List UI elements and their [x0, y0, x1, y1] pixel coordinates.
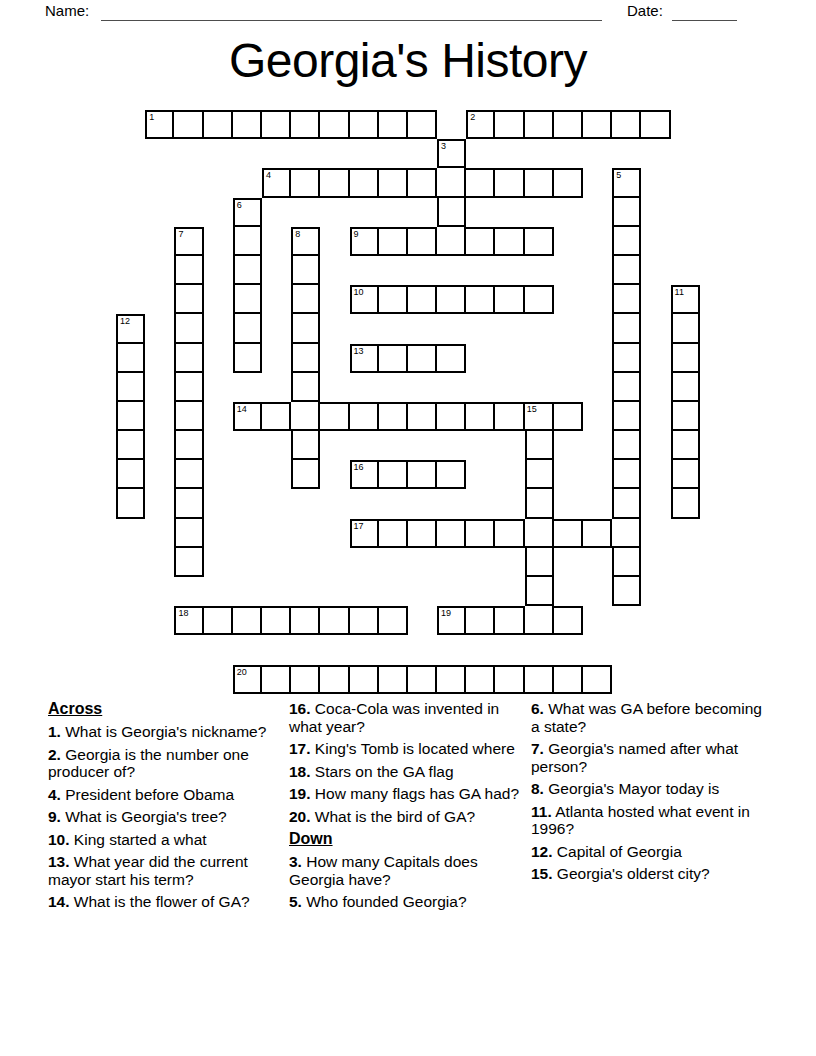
cell-number-1: 1 — [149, 112, 154, 123]
grid-void — [116, 577, 145, 606]
grid-void — [204, 227, 233, 256]
grid-void — [554, 489, 583, 518]
grid-void — [320, 519, 349, 548]
clue-number: 9. — [48, 808, 61, 825]
grid-cell-r10c12[interactable] — [466, 402, 495, 431]
grid-void — [671, 168, 700, 197]
clue-number: 15. — [531, 865, 553, 882]
grid-cell-r9c0[interactable] — [116, 373, 145, 402]
grid-void — [408, 198, 437, 227]
grid-void — [262, 256, 291, 285]
grid-cell-r14c14[interactable] — [525, 519, 554, 548]
grid-void — [145, 256, 174, 285]
grid-cell-r11c6[interactable] — [291, 431, 320, 460]
grid-cell-r14c11[interactable] — [437, 519, 466, 548]
grid-void — [320, 373, 349, 402]
date-blank-line[interactable] — [672, 2, 737, 21]
grid-void — [204, 431, 233, 460]
grid-cell-r8c17[interactable] — [612, 344, 641, 373]
grid-void — [116, 227, 145, 256]
grid-cell-r0c10[interactable] — [408, 110, 437, 139]
grid-void — [350, 198, 379, 227]
clue-number: 17. — [289, 740, 311, 757]
grid-cell-r19c6[interactable] — [291, 665, 320, 694]
grid-cell-r14c10[interactable] — [408, 519, 437, 548]
grid-cell-r0c1[interactable]: 1 — [145, 110, 174, 139]
grid-void — [408, 373, 437, 402]
grid-void — [583, 168, 612, 197]
cell-number-3: 3 — [441, 141, 446, 152]
grid-void — [291, 577, 320, 606]
cell-number-6: 6 — [237, 200, 242, 211]
grid-void — [320, 577, 349, 606]
grid-cell-r12c0[interactable] — [116, 460, 145, 489]
grid-void — [320, 489, 349, 518]
grid-cell-r6c13[interactable] — [495, 285, 524, 314]
grid-cell-r8c9[interactable] — [379, 344, 408, 373]
grid-void — [408, 314, 437, 343]
grid-cell-r19c11[interactable] — [437, 665, 466, 694]
grid-cell-r10c7[interactable] — [320, 402, 349, 431]
grid-void — [641, 402, 670, 431]
grid-cell-r15c17[interactable] — [612, 548, 641, 577]
grid-void — [145, 227, 174, 256]
grid-cell-r6c4[interactable] — [233, 285, 262, 314]
grid-void — [525, 344, 554, 373]
grid-cell-r2c5[interactable]: 4 — [262, 168, 291, 197]
grid-cell-r0c14[interactable] — [525, 110, 554, 139]
grid-cell-r17c5[interactable] — [262, 606, 291, 635]
grid-void — [583, 635, 612, 664]
grid-cell-r10c4[interactable]: 14 — [233, 402, 262, 431]
grid-void — [641, 285, 670, 314]
grid-cell-r19c9[interactable] — [379, 665, 408, 694]
grid-cell-r12c19[interactable] — [671, 460, 700, 489]
grid-cell-r14c15[interactable] — [554, 519, 583, 548]
grid-void — [379, 548, 408, 577]
grid-cell-r14c17[interactable] — [612, 519, 641, 548]
grid-void — [554, 635, 583, 664]
grid-cell-r6c14[interactable] — [525, 285, 554, 314]
grid-cell-r10c5[interactable] — [262, 402, 291, 431]
grid-cell-r4c17[interactable] — [612, 227, 641, 256]
grid-cell-r8c4[interactable] — [233, 344, 262, 373]
grid-void — [641, 460, 670, 489]
grid-cell-r4c12[interactable] — [466, 227, 495, 256]
grid-void — [671, 256, 700, 285]
grid-void — [671, 227, 700, 256]
clue-number: 4. — [48, 786, 61, 803]
cell-number-10: 10 — [354, 287, 364, 298]
grid-cell-r12c10[interactable] — [408, 460, 437, 489]
grid-cell-r9c19[interactable] — [671, 373, 700, 402]
grid-cell-r7c19[interactable] — [671, 314, 700, 343]
cell-number-17: 17 — [354, 521, 364, 532]
grid-cell-r11c19[interactable] — [671, 431, 700, 460]
clue-across-4: 4. President before Obama — [48, 786, 283, 804]
grid-void — [350, 256, 379, 285]
grid-void — [320, 285, 349, 314]
grid-void — [145, 635, 174, 664]
grid-cell-r17c9[interactable] — [379, 606, 408, 635]
grid-cell-r10c10[interactable] — [408, 402, 437, 431]
grid-void — [116, 168, 145, 197]
grid-void — [583, 227, 612, 256]
grid-void — [641, 489, 670, 518]
grid-cell-r12c14[interactable] — [525, 460, 554, 489]
grid-cell-r9c17[interactable] — [612, 373, 641, 402]
grid-void — [583, 402, 612, 431]
grid-cell-r19c4[interactable]: 20 — [233, 665, 262, 694]
grid-cell-r10c11[interactable] — [437, 402, 466, 431]
grid-void — [204, 373, 233, 402]
grid-void — [554, 373, 583, 402]
grid-cell-r10c13[interactable] — [495, 402, 524, 431]
grid-void — [495, 548, 524, 577]
grid-void — [291, 548, 320, 577]
grid-void — [583, 548, 612, 577]
grid-cell-r8c0[interactable] — [116, 344, 145, 373]
grid-void — [495, 344, 524, 373]
grid-void — [350, 635, 379, 664]
grid-void — [174, 198, 203, 227]
grid-cell-r8c11[interactable] — [437, 344, 466, 373]
grid-void — [262, 314, 291, 343]
grid-void — [262, 577, 291, 606]
clue-number: 6. — [531, 700, 544, 717]
grid-void — [554, 285, 583, 314]
grid-cell-r6c9[interactable] — [379, 285, 408, 314]
crossword-grid: 1234567891011121314151617181920 — [116, 110, 700, 694]
grid-void — [554, 227, 583, 256]
grid-void — [233, 168, 262, 197]
grid-void — [495, 373, 524, 402]
grid-void — [554, 460, 583, 489]
grid-cell-r9c6[interactable] — [291, 373, 320, 402]
grid-void — [583, 460, 612, 489]
grid-cell-r17c2[interactable]: 18 — [174, 606, 203, 635]
grid-cell-r4c9[interactable] — [379, 227, 408, 256]
grid-cell-r12c9[interactable] — [379, 460, 408, 489]
grid-cell-r0c18[interactable] — [641, 110, 670, 139]
grid-cell-r0c9[interactable] — [379, 110, 408, 139]
clue-across-16: 16. Coca-Cola was invented in what year? — [289, 700, 529, 735]
grid-cell-r9c2[interactable] — [174, 373, 203, 402]
grid-cell-r7c6[interactable] — [291, 314, 320, 343]
grid-cell-r15c2[interactable] — [174, 548, 203, 577]
grid-cell-r10c9[interactable] — [379, 402, 408, 431]
grid-cell-r8c2[interactable] — [174, 344, 203, 373]
grid-cell-r8c19[interactable] — [671, 344, 700, 373]
grid-void — [641, 548, 670, 577]
grid-cell-r6c12[interactable] — [466, 285, 495, 314]
grid-cell-r19c5[interactable] — [262, 665, 291, 694]
grid-cell-r3c17[interactable] — [612, 198, 641, 227]
grid-void — [641, 256, 670, 285]
clue-down-7: 7. Georgia's named after what person? — [531, 740, 769, 775]
grid-void — [116, 635, 145, 664]
grid-cell-r6c2[interactable] — [174, 285, 203, 314]
grid-void — [641, 635, 670, 664]
grid-cell-r5c17[interactable] — [612, 256, 641, 285]
grid-cell-r13c2[interactable] — [174, 489, 203, 518]
grid-cell-r7c4[interactable] — [233, 314, 262, 343]
grid-cell-r12c8[interactable]: 16 — [350, 460, 379, 489]
grid-cell-r15c14[interactable] — [525, 548, 554, 577]
grid-cell-r10c14[interactable]: 15 — [525, 402, 554, 431]
grid-void — [641, 519, 670, 548]
clue-number: 3. — [289, 853, 302, 870]
grid-void — [671, 548, 700, 577]
grid-void — [466, 373, 495, 402]
grid-cell-r0c13[interactable] — [495, 110, 524, 139]
grid-cell-r10c19[interactable] — [671, 402, 700, 431]
grid-cell-r7c17[interactable] — [612, 314, 641, 343]
grid-cell-r14c9[interactable] — [379, 519, 408, 548]
grid-cell-r7c2[interactable] — [174, 314, 203, 343]
grid-cell-r2c7[interactable] — [320, 168, 349, 197]
clue-across-9: 9. What is Georgia's tree? — [48, 808, 283, 826]
grid-cell-r7c0[interactable]: 12 — [116, 314, 145, 343]
grid-cell-r2c10[interactable] — [408, 168, 437, 197]
grid-cell-r17c13[interactable] — [495, 606, 524, 635]
grid-cell-r17c14[interactable] — [525, 606, 554, 635]
grid-void — [583, 373, 612, 402]
grid-void — [320, 344, 349, 373]
cell-number-19: 19 — [441, 608, 451, 619]
grid-cell-r6c8[interactable]: 10 — [350, 285, 379, 314]
grid-cell-r19c13[interactable] — [495, 665, 524, 694]
grid-void — [320, 431, 349, 460]
grid-cell-r8c10[interactable] — [408, 344, 437, 373]
clue-column-2: 16. Coca-Cola was invented in what year?… — [289, 700, 529, 916]
grid-void — [145, 373, 174, 402]
grid-cell-r2c17[interactable]: 5 — [612, 168, 641, 197]
grid-void — [233, 548, 262, 577]
grid-cell-r11c2[interactable] — [174, 431, 203, 460]
grid-cell-r2c12[interactable] — [466, 168, 495, 197]
grid-void — [408, 139, 437, 168]
grid-void — [466, 256, 495, 285]
clues-down-header: Down — [289, 830, 529, 848]
grid-void — [408, 548, 437, 577]
grid-void — [204, 548, 233, 577]
grid-void — [204, 577, 233, 606]
grid-cell-r17c8[interactable] — [350, 606, 379, 635]
grid-cell-r12c6[interactable] — [291, 460, 320, 489]
grid-void — [641, 577, 670, 606]
grid-cell-r10c0[interactable] — [116, 402, 145, 431]
grid-void — [262, 285, 291, 314]
grid-cell-r0c6[interactable] — [291, 110, 320, 139]
grid-cell-r19c16[interactable] — [583, 665, 612, 694]
grid-cell-r17c6[interactable] — [291, 606, 320, 635]
grid-cell-r0c7[interactable] — [320, 110, 349, 139]
name-blank-line[interactable] — [101, 2, 602, 21]
grid-void — [145, 314, 174, 343]
grid-void — [495, 256, 524, 285]
grid-cell-r17c12[interactable] — [466, 606, 495, 635]
grid-cell-r19c14[interactable] — [525, 665, 554, 694]
grid-cell-r10c8[interactable] — [350, 402, 379, 431]
grid-cell-r0c4[interactable] — [233, 110, 262, 139]
grid-cell-r10c17[interactable] — [612, 402, 641, 431]
grid-cell-r16c17[interactable] — [612, 577, 641, 606]
grid-cell-r19c15[interactable] — [554, 665, 583, 694]
grid-void — [671, 139, 700, 168]
grid-cell-r17c11[interactable]: 19 — [437, 606, 466, 635]
grid-cell-r8c8[interactable]: 13 — [350, 344, 379, 373]
grid-void — [204, 198, 233, 227]
grid-void — [641, 227, 670, 256]
grid-cell-r0c8[interactable] — [350, 110, 379, 139]
grid-void — [204, 285, 233, 314]
cell-number-13: 13 — [354, 346, 364, 357]
grid-cell-r13c19[interactable] — [671, 489, 700, 518]
grid-cell-r17c15[interactable] — [554, 606, 583, 635]
grid-void — [320, 139, 349, 168]
grid-cell-r13c17[interactable] — [612, 489, 641, 518]
grid-void — [554, 314, 583, 343]
name-label: Name: — [45, 2, 89, 19]
grid-cell-r3c4[interactable]: 6 — [233, 198, 262, 227]
grid-void — [145, 431, 174, 460]
grid-cell-r13c14[interactable] — [525, 489, 554, 518]
grid-void — [233, 139, 262, 168]
grid-cell-r17c7[interactable] — [320, 606, 349, 635]
grid-cell-r6c17[interactable] — [612, 285, 641, 314]
grid-cell-r2c13[interactable] — [495, 168, 524, 197]
grid-cell-r0c3[interactable] — [204, 110, 233, 139]
grid-cell-r17c4[interactable] — [233, 606, 262, 635]
grid-cell-r11c17[interactable] — [612, 431, 641, 460]
grid-cell-r0c17[interactable] — [612, 110, 641, 139]
grid-cell-r19c7[interactable] — [320, 665, 349, 694]
grid-cell-r12c17[interactable] — [612, 460, 641, 489]
grid-void — [583, 256, 612, 285]
grid-cell-r0c16[interactable] — [583, 110, 612, 139]
grid-cell-r10c2[interactable] — [174, 402, 203, 431]
grid-cell-r14c2[interactable] — [174, 519, 203, 548]
grid-void — [437, 635, 466, 664]
grid-void — [554, 431, 583, 460]
grid-void — [262, 519, 291, 548]
grid-void — [233, 519, 262, 548]
grid-cell-r19c10[interactable] — [408, 665, 437, 694]
grid-cell-r3c11[interactable] — [437, 198, 466, 227]
grid-void — [612, 139, 641, 168]
grid-void — [525, 139, 554, 168]
grid-cell-r5c2[interactable] — [174, 256, 203, 285]
cell-number-12: 12 — [120, 316, 130, 327]
grid-cell-r1c11[interactable]: 3 — [437, 139, 466, 168]
grid-void — [379, 489, 408, 518]
grid-void — [145, 344, 174, 373]
grid-cell-r17c3[interactable] — [204, 606, 233, 635]
clue-number: 8. — [531, 780, 544, 797]
grid-cell-r4c2[interactable]: 7 — [174, 227, 203, 256]
grid-void — [641, 314, 670, 343]
grid-cell-r12c11[interactable] — [437, 460, 466, 489]
grid-void — [437, 577, 466, 606]
grid-cell-r2c8[interactable] — [350, 168, 379, 197]
grid-cell-r0c5[interactable] — [262, 110, 291, 139]
clue-down-12: 12. Capital of Georgia — [531, 843, 769, 861]
clue-column-3: 6. What was GA before becoming a state?7… — [531, 700, 769, 888]
grid-void — [641, 606, 670, 635]
grid-cell-r19c12[interactable] — [466, 665, 495, 694]
grid-cell-r11c0[interactable] — [116, 431, 145, 460]
grid-cell-r4c14[interactable] — [525, 227, 554, 256]
grid-cell-r10c6[interactable] — [291, 402, 320, 431]
grid-void — [437, 489, 466, 518]
grid-cell-r0c2[interactable] — [174, 110, 203, 139]
grid-void — [204, 460, 233, 489]
grid-void — [641, 168, 670, 197]
grid-cell-r2c9[interactable] — [379, 168, 408, 197]
grid-cell-r2c15[interactable] — [554, 168, 583, 197]
grid-cell-r6c11[interactable] — [437, 285, 466, 314]
grid-cell-r5c4[interactable] — [233, 256, 262, 285]
grid-void — [379, 431, 408, 460]
grid-void — [466, 460, 495, 489]
grid-cell-r14c13[interactable] — [495, 519, 524, 548]
grid-void — [233, 431, 262, 460]
grid-void — [408, 577, 437, 606]
grid-cell-r19c8[interactable] — [350, 665, 379, 694]
grid-cell-r6c10[interactable] — [408, 285, 437, 314]
grid-cell-r4c6[interactable]: 8 — [291, 227, 320, 256]
grid-cell-r4c4[interactable] — [233, 227, 262, 256]
grid-void — [466, 314, 495, 343]
grid-cell-r2c11[interactable] — [437, 168, 466, 197]
grid-cell-r4c8[interactable]: 9 — [350, 227, 379, 256]
grid-cell-r8c6[interactable] — [291, 344, 320, 373]
grid-void — [437, 548, 466, 577]
grid-cell-r0c12[interactable]: 2 — [466, 110, 495, 139]
grid-cell-r11c14[interactable] — [525, 431, 554, 460]
grid-void — [437, 110, 466, 139]
grid-cell-r2c6[interactable] — [291, 168, 320, 197]
grid-void — [116, 198, 145, 227]
grid-cell-r4c11[interactable] — [437, 227, 466, 256]
grid-cell-r4c13[interactable] — [495, 227, 524, 256]
grid-cell-r6c6[interactable] — [291, 285, 320, 314]
grid-cell-r14c12[interactable] — [466, 519, 495, 548]
grid-cell-r10c15[interactable] — [554, 402, 583, 431]
grid-cell-r13c0[interactable] — [116, 489, 145, 518]
grid-void — [408, 606, 437, 635]
grid-void — [262, 139, 291, 168]
grid-void — [583, 606, 612, 635]
grid-cell-r12c2[interactable] — [174, 460, 203, 489]
grid-cell-r5c6[interactable] — [291, 256, 320, 285]
clue-across-10: 10. King started a what — [48, 831, 283, 849]
grid-cell-r4c10[interactable] — [408, 227, 437, 256]
grid-cell-r2c14[interactable] — [525, 168, 554, 197]
grid-void — [641, 431, 670, 460]
grid-cell-r14c16[interactable] — [583, 519, 612, 548]
grid-void — [583, 198, 612, 227]
grid-void — [671, 606, 700, 635]
grid-void — [350, 373, 379, 402]
grid-void — [174, 665, 203, 694]
grid-cell-r16c14[interactable] — [525, 577, 554, 606]
grid-cell-r14c8[interactable]: 17 — [350, 519, 379, 548]
grid-cell-r6c19[interactable]: 11 — [671, 285, 700, 314]
cell-number-11: 11 — [675, 287, 684, 298]
grid-cell-r0c15[interactable] — [554, 110, 583, 139]
